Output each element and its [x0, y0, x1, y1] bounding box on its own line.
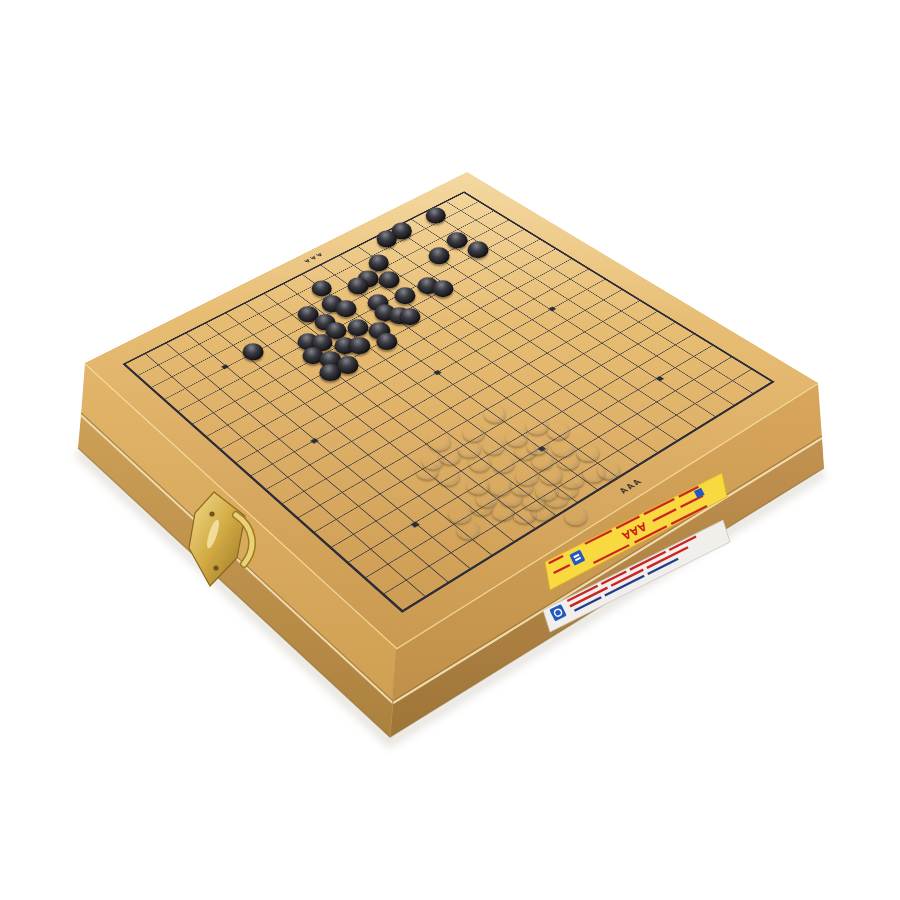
go-board-product-photo: AAA	[0, 0, 900, 900]
clasp-screw-top	[209, 511, 214, 516]
clasp-screw-bottom	[213, 565, 218, 570]
